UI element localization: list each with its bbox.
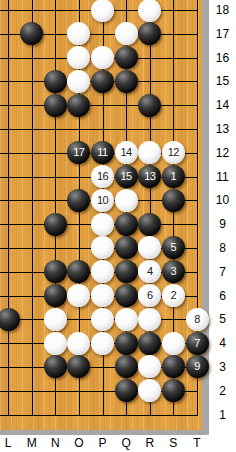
intersection-T18[interactable] (185, 0, 209, 22)
intersection-O11[interactable] (67, 165, 91, 189)
black-stone-N3[interactable] (44, 355, 67, 378)
intersection-N12[interactable] (43, 141, 67, 165)
intersection-S5[interactable] (162, 307, 186, 331)
move-number-8: 8 (194, 314, 200, 325)
intersection-Q11[interactable]: 15 (114, 165, 138, 189)
intersection-M6[interactable] (20, 284, 44, 308)
intersection-T7[interactable] (185, 260, 209, 284)
black-stone-S2[interactable] (162, 379, 185, 402)
intersection-Q1[interactable] (114, 403, 138, 427)
white-stone-P10[interactable]: 10 (91, 189, 114, 212)
intersection-T17[interactable] (185, 22, 209, 46)
black-stone-R17[interactable] (138, 22, 161, 45)
white-stone-Q17[interactable] (115, 22, 138, 45)
intersection-R16[interactable] (138, 46, 162, 70)
intersection-T10[interactable] (185, 188, 209, 212)
white-stone-S4[interactable] (162, 332, 185, 355)
black-stone-Q3[interactable] (115, 355, 138, 378)
black-stone-Q11[interactable]: 15 (115, 165, 138, 188)
intersection-O16[interactable] (67, 46, 91, 70)
row-label-9: 9 (209, 212, 236, 236)
row-label-13: 13 (209, 117, 236, 141)
intersection-O14[interactable] (67, 93, 91, 117)
intersection-S3[interactable] (162, 355, 186, 379)
intersection-P18[interactable] (91, 0, 115, 22)
intersection-R17[interactable] (138, 22, 162, 46)
intersection-S2[interactable] (162, 379, 186, 403)
intersection-N1[interactable] (43, 403, 67, 427)
intersection-Q9[interactable] (114, 212, 138, 236)
intersection-R1[interactable] (138, 403, 162, 427)
go-board-grid: 1711141216151311054362879 (0, 0, 209, 426)
intersection-S16[interactable] (162, 46, 186, 70)
row-label-4: 4 (209, 331, 236, 355)
intersection-N6[interactable] (43, 284, 67, 308)
white-stone-Q12[interactable]: 14 (115, 141, 138, 164)
black-stone-M17[interactable] (20, 22, 43, 45)
intersection-P3[interactable] (91, 355, 115, 379)
white-stone-N5[interactable] (44, 308, 67, 331)
move-number-11: 11 (97, 147, 107, 158)
move-number-2: 2 (171, 290, 177, 301)
intersection-L5[interactable] (0, 307, 20, 331)
intersection-M18[interactable] (20, 0, 44, 22)
intersection-S8[interactable]: 5 (162, 236, 186, 260)
move-number-3: 3 (171, 266, 177, 277)
col-label-T: T (185, 435, 209, 451)
intersection-L9[interactable] (0, 212, 20, 236)
intersection-Q6[interactable] (114, 284, 138, 308)
black-stone-R9[interactable] (138, 213, 161, 236)
intersection-S15[interactable] (162, 70, 186, 94)
move-number-6: 6 (147, 290, 153, 301)
intersection-S17[interactable] (162, 22, 186, 46)
intersection-O1[interactable] (67, 403, 91, 427)
black-stone-P12[interactable]: 11 (91, 141, 114, 164)
intersection-R10[interactable] (138, 188, 162, 212)
intersection-N14[interactable] (43, 93, 67, 117)
intersection-S10[interactable] (162, 188, 186, 212)
intersection-P14[interactable] (91, 93, 115, 117)
white-stone-P6[interactable] (91, 284, 114, 307)
intersection-P4[interactable] (91, 331, 115, 355)
move-number-12: 12 (168, 147, 179, 158)
intersection-R13[interactable] (138, 117, 162, 141)
intersection-R6[interactable]: 6 (138, 284, 162, 308)
intersection-R18[interactable] (138, 0, 162, 22)
white-stone-P5[interactable] (91, 308, 114, 331)
intersection-O4[interactable] (67, 331, 91, 355)
intersection-L1[interactable] (0, 403, 20, 427)
intersection-S14[interactable] (162, 93, 186, 117)
row-label-16: 16 (209, 46, 236, 70)
col-label-N: N (43, 435, 67, 451)
white-stone-O6[interactable] (67, 284, 90, 307)
intersection-N3[interactable] (43, 355, 67, 379)
white-stone-R3[interactable] (138, 355, 161, 378)
intersection-S1[interactable] (162, 403, 186, 427)
intersection-O2[interactable] (67, 379, 91, 403)
row-label-1: 1 (209, 403, 236, 427)
intersection-L12[interactable] (0, 141, 20, 165)
intersection-M16[interactable] (20, 46, 44, 70)
intersection-N18[interactable] (43, 0, 67, 22)
white-stone-P9[interactable] (91, 213, 114, 236)
intersection-N15[interactable] (43, 70, 67, 94)
intersection-M9[interactable] (20, 212, 44, 236)
move-number-14: 14 (121, 147, 132, 158)
black-stone-T4[interactable]: 7 (186, 332, 209, 355)
intersection-M7[interactable] (20, 260, 44, 284)
intersection-O6[interactable] (67, 284, 91, 308)
intersection-R9[interactable] (138, 212, 162, 236)
intersection-O12[interactable]: 17 (67, 141, 91, 165)
black-stone-Q16[interactable] (115, 46, 138, 69)
black-stone-Q15[interactable] (115, 70, 138, 93)
white-stone-P7[interactable] (91, 260, 114, 283)
white-stone-P4[interactable] (91, 332, 114, 355)
intersection-M1[interactable] (20, 403, 44, 427)
intersection-R2[interactable] (138, 379, 162, 403)
move-number-13: 13 (144, 171, 155, 182)
intersection-R3[interactable] (138, 355, 162, 379)
intersection-N2[interactable] (43, 379, 67, 403)
black-stone-O12[interactable]: 17 (67, 141, 90, 164)
intersection-S11[interactable]: 1 (162, 165, 186, 189)
white-stone-T5[interactable]: 8 (186, 308, 209, 331)
black-stone-Q2[interactable] (115, 379, 138, 402)
intersection-N11[interactable] (43, 165, 67, 189)
intersection-M2[interactable] (20, 379, 44, 403)
white-stone-S6[interactable]: 2 (162, 284, 185, 307)
black-stone-R11[interactable]: 13 (138, 165, 161, 188)
intersection-N10[interactable] (43, 188, 67, 212)
intersection-O3[interactable] (67, 355, 91, 379)
intersection-Q2[interactable] (114, 379, 138, 403)
col-label-M: M (20, 435, 44, 451)
black-stone-S7[interactable]: 3 (162, 260, 185, 283)
col-label-O: O (67, 435, 91, 451)
intersection-T6[interactable] (185, 284, 209, 308)
intersection-S7[interactable]: 3 (162, 260, 186, 284)
row-label-7: 7 (209, 260, 236, 284)
row-label-12: 12 (209, 141, 236, 165)
row-label-8: 8 (209, 236, 236, 260)
black-stone-R4[interactable] (138, 332, 161, 355)
intersection-M14[interactable] (20, 93, 44, 117)
intersection-M15[interactable] (20, 70, 44, 94)
move-number-15: 15 (121, 171, 132, 182)
intersection-N13[interactable] (43, 117, 67, 141)
intersection-M8[interactable] (20, 236, 44, 260)
intersection-L4[interactable] (0, 331, 20, 355)
intersection-T4[interactable]: 7 (185, 331, 209, 355)
white-stone-P16[interactable] (91, 46, 114, 69)
move-number-1: 1 (171, 171, 177, 182)
column-coordinate-labels: LMNOPQRST (0, 435, 209, 451)
intersection-P9[interactable] (91, 212, 115, 236)
row-label-15: 15 (209, 70, 236, 94)
white-stone-O15[interactable] (67, 70, 90, 93)
intersection-R7[interactable]: 4 (138, 260, 162, 284)
intersection-Q13[interactable] (114, 117, 138, 141)
black-stone-S8[interactable]: 5 (162, 236, 185, 259)
intersection-M13[interactable] (20, 117, 44, 141)
intersection-R4[interactable] (138, 331, 162, 355)
intersection-T12[interactable] (185, 141, 209, 165)
intersection-P11[interactable]: 16 (91, 165, 115, 189)
black-stone-O3[interactable] (67, 355, 90, 378)
intersection-Q7[interactable] (114, 260, 138, 284)
black-stone-N6[interactable] (44, 284, 67, 307)
col-label-L: L (0, 435, 20, 451)
intersection-N16[interactable] (43, 46, 67, 70)
black-stone-Q8[interactable] (115, 236, 138, 259)
black-stone-T3[interactable]: 9 (186, 355, 209, 378)
intersection-T13[interactable] (185, 117, 209, 141)
intersection-Q14[interactable] (114, 93, 138, 117)
row-label-14: 14 (209, 93, 236, 117)
intersection-M11[interactable] (20, 165, 44, 189)
move-number-7: 7 (194, 338, 200, 349)
white-stone-R2[interactable] (138, 379, 161, 402)
black-stone-O14[interactable] (67, 94, 90, 117)
white-stone-Q10[interactable] (115, 189, 138, 212)
intersection-P1[interactable] (91, 403, 115, 427)
black-stone-N15[interactable] (44, 70, 67, 93)
move-number-16: 16 (97, 171, 108, 182)
intersection-P16[interactable] (91, 46, 115, 70)
intersection-O9[interactable] (67, 212, 91, 236)
white-stone-P11[interactable]: 16 (91, 165, 114, 188)
intersection-T8[interactable] (185, 236, 209, 260)
row-label-18: 18 (209, 0, 236, 22)
intersection-T15[interactable] (185, 70, 209, 94)
intersection-M10[interactable] (20, 188, 44, 212)
intersection-L15[interactable] (0, 70, 20, 94)
move-number-4: 4 (147, 266, 153, 277)
white-stone-Q5[interactable] (115, 308, 138, 331)
col-label-P: P (91, 435, 115, 451)
row-label-6: 6 (209, 284, 236, 308)
intersection-T14[interactable] (185, 93, 209, 117)
intersection-L17[interactable] (0, 22, 20, 46)
row-label-10: 10 (209, 188, 236, 212)
intersection-S18[interactable] (162, 0, 186, 22)
intersection-Q8[interactable] (114, 236, 138, 260)
intersection-O5[interactable] (67, 307, 91, 331)
intersection-P8[interactable] (91, 236, 115, 260)
intersection-L7[interactable] (0, 260, 20, 284)
intersection-S4[interactable] (162, 331, 186, 355)
intersection-T2[interactable] (185, 379, 209, 403)
row-label-5: 5 (209, 307, 236, 331)
white-stone-R7[interactable]: 4 (138, 260, 161, 283)
intersection-P7[interactable] (91, 260, 115, 284)
intersection-Q15[interactable] (114, 70, 138, 94)
intersection-Q17[interactable] (114, 22, 138, 46)
black-stone-S10[interactable] (162, 189, 185, 212)
intersection-T16[interactable] (185, 46, 209, 70)
intersection-Q3[interactable] (114, 355, 138, 379)
intersection-P10[interactable]: 10 (91, 188, 115, 212)
intersection-P17[interactable] (91, 22, 115, 46)
intersection-M4[interactable] (20, 331, 44, 355)
white-stone-O16[interactable] (67, 46, 90, 69)
intersection-R12[interactable] (138, 141, 162, 165)
intersection-Q5[interactable] (114, 307, 138, 331)
intersection-T11[interactable] (185, 165, 209, 189)
intersection-Q4[interactable] (114, 331, 138, 355)
intersection-M5[interactable] (20, 307, 44, 331)
intersection-Q10[interactable] (114, 188, 138, 212)
black-stone-Q4[interactable] (115, 332, 138, 355)
intersection-R11[interactable]: 13 (138, 165, 162, 189)
intersection-P13[interactable] (91, 117, 115, 141)
intersection-L6[interactable] (0, 284, 20, 308)
black-stone-P15[interactable] (91, 70, 114, 93)
black-stone-R14[interactable] (138, 94, 161, 117)
intersection-L10[interactable] (0, 188, 20, 212)
intersection-M17[interactable] (20, 22, 44, 46)
col-label-S: S (162, 435, 186, 451)
row-label-3: 3 (209, 355, 236, 379)
black-stone-N14[interactable] (44, 94, 67, 117)
intersection-M3[interactable] (20, 355, 44, 379)
white-stone-R8[interactable] (138, 236, 161, 259)
intersection-O13[interactable] (67, 117, 91, 141)
col-label-R: R (138, 435, 162, 451)
intersection-L18[interactable] (0, 0, 20, 22)
intersection-L8[interactable] (0, 236, 20, 260)
black-stone-Q7[interactable] (115, 260, 138, 283)
black-stone-S11[interactable]: 1 (162, 165, 185, 188)
intersection-S13[interactable] (162, 117, 186, 141)
row-coordinate-labels: 181716151413121110987654321 (209, 0, 236, 426)
intersection-L11[interactable] (0, 165, 20, 189)
intersection-N17[interactable] (43, 22, 67, 46)
white-stone-R6[interactable]: 6 (138, 284, 161, 307)
intersection-P12[interactable]: 11 (91, 141, 115, 165)
intersection-M12[interactable] (20, 141, 44, 165)
intersection-P5[interactable] (91, 307, 115, 331)
intersection-S9[interactable] (162, 212, 186, 236)
intersection-N5[interactable] (43, 307, 67, 331)
intersection-O8[interactable] (67, 236, 91, 260)
intersection-L2[interactable] (0, 379, 20, 403)
intersection-Q12[interactable]: 14 (114, 141, 138, 165)
intersection-T3[interactable]: 9 (185, 355, 209, 379)
intersection-N8[interactable] (43, 236, 67, 260)
row-label-2: 2 (209, 379, 236, 403)
intersection-N7[interactable] (43, 260, 67, 284)
intersection-L13[interactable] (0, 117, 20, 141)
black-stone-Q9[interactable] (115, 213, 138, 236)
row-label-17: 17 (209, 22, 236, 46)
intersection-O7[interactable] (67, 260, 91, 284)
black-stone-Q6[interactable] (115, 284, 138, 307)
intersection-P2[interactable] (91, 379, 115, 403)
white-stone-P8[interactable] (91, 236, 114, 259)
white-stone-R18[interactable] (138, 0, 161, 22)
intersection-R8[interactable] (138, 236, 162, 260)
intersection-L14[interactable] (0, 93, 20, 117)
white-stone-O4[interactable] (67, 332, 90, 355)
intersection-S12[interactable]: 12 (162, 141, 186, 165)
move-number-10: 10 (97, 195, 108, 206)
intersection-L16[interactable] (0, 46, 20, 70)
intersection-L3[interactable] (0, 355, 20, 379)
white-stone-N4[interactable] (44, 332, 67, 355)
intersection-Q16[interactable] (114, 46, 138, 70)
col-label-Q: Q (114, 435, 138, 451)
black-stone-S3[interactable] (162, 355, 185, 378)
move-number-17: 17 (73, 147, 84, 158)
white-stone-R5[interactable] (138, 308, 161, 331)
move-number-9: 9 (194, 361, 200, 372)
intersection-P6[interactable] (91, 284, 115, 308)
white-stone-P18[interactable] (91, 0, 114, 22)
intersection-N9[interactable] (43, 212, 67, 236)
black-stone-L5[interactable] (0, 308, 20, 331)
intersection-R15[interactable] (138, 70, 162, 94)
intersection-T9[interactable] (185, 212, 209, 236)
intersection-O17[interactable] (67, 22, 91, 46)
intersection-T1[interactable] (185, 403, 209, 427)
intersection-R14[interactable] (138, 93, 162, 117)
white-stone-S12[interactable]: 12 (162, 141, 185, 164)
intersection-P15[interactable] (91, 70, 115, 94)
intersection-O18[interactable] (67, 0, 91, 22)
intersection-O10[interactable] (67, 188, 91, 212)
intersection-S6[interactable]: 2 (162, 284, 186, 308)
move-number-5: 5 (171, 242, 177, 253)
intersection-O15[interactable] (67, 70, 91, 94)
intersection-T5[interactable]: 8 (185, 307, 209, 331)
black-stone-O7[interactable] (67, 260, 90, 283)
white-stone-R12[interactable] (138, 141, 161, 164)
white-stone-O17[interactable] (67, 22, 90, 45)
black-stone-O10[interactable] (67, 189, 90, 212)
intersection-Q18[interactable] (114, 0, 138, 22)
intersection-R5[interactable] (138, 307, 162, 331)
row-label-11: 11 (209, 165, 236, 189)
black-stone-N7[interactable] (44, 260, 67, 283)
black-stone-N9[interactable] (44, 213, 67, 236)
go-board-panel: 1711141216151311054362879 18171615141312… (0, 0, 236, 452)
intersection-N4[interactable] (43, 331, 67, 355)
